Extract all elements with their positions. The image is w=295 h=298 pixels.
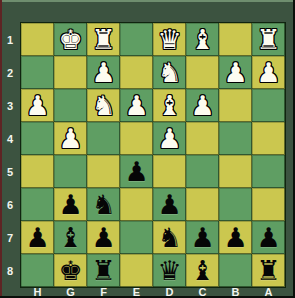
black-pawn-h7: ♟ bbox=[25, 221, 49, 254]
square-e4[interactable] bbox=[120, 122, 153, 155]
board-grid: ♚♜♛♝♜♟♞♟♟♟♞♟♝♟♟♟♟♟♞♟♟♝♟♞♟♟♟♚♜♛♝♜ bbox=[20, 22, 286, 288]
black-queen-d8: ♛ bbox=[157, 254, 181, 287]
frame-right-edge bbox=[293, 0, 295, 298]
rank-label-1: 1 bbox=[0, 23, 20, 56]
square-g8[interactable]: ♚ bbox=[54, 254, 87, 287]
rank-label-6: 6 bbox=[0, 188, 20, 221]
square-g4[interactable]: ♟ bbox=[54, 122, 87, 155]
square-b3[interactable] bbox=[219, 89, 252, 122]
square-f3[interactable]: ♞ bbox=[87, 89, 120, 122]
square-a6[interactable] bbox=[252, 188, 285, 221]
square-h5[interactable] bbox=[21, 155, 54, 188]
white-pawn-e3: ♟ bbox=[124, 89, 148, 122]
rank-label-5: 5 bbox=[0, 155, 20, 188]
square-e6[interactable] bbox=[120, 188, 153, 221]
white-bishop-c1: ♝ bbox=[190, 23, 214, 56]
square-a3[interactable] bbox=[252, 89, 285, 122]
rank-label-2: 2 bbox=[0, 56, 20, 89]
black-pawn-c7: ♟ bbox=[190, 221, 214, 254]
rank-labels: 12345678 bbox=[0, 23, 20, 287]
square-h1[interactable] bbox=[21, 23, 54, 56]
black-rook-f8: ♜ bbox=[91, 254, 115, 287]
white-rook-f1: ♜ bbox=[91, 23, 115, 56]
white-rook-a1: ♜ bbox=[256, 23, 280, 56]
square-c6[interactable] bbox=[186, 188, 219, 221]
square-b5[interactable] bbox=[219, 155, 252, 188]
square-d1[interactable]: ♛ bbox=[153, 23, 186, 56]
square-c7[interactable]: ♟ bbox=[186, 221, 219, 254]
square-b1[interactable] bbox=[219, 23, 252, 56]
square-b6[interactable] bbox=[219, 188, 252, 221]
square-d8[interactable]: ♛ bbox=[153, 254, 186, 287]
square-h6[interactable] bbox=[21, 188, 54, 221]
square-h7[interactable]: ♟ bbox=[21, 221, 54, 254]
square-d3[interactable]: ♝ bbox=[153, 89, 186, 122]
black-pawn-d6: ♟ bbox=[157, 188, 181, 221]
frame-top-highlight bbox=[0, 0, 295, 2]
square-e2[interactable] bbox=[120, 56, 153, 89]
square-g3[interactable] bbox=[54, 89, 87, 122]
square-g1[interactable]: ♚ bbox=[54, 23, 87, 56]
square-a5[interactable] bbox=[252, 155, 285, 188]
square-d2[interactable]: ♞ bbox=[153, 56, 186, 89]
square-b7[interactable]: ♟ bbox=[219, 221, 252, 254]
rank-label-8: 8 bbox=[0, 254, 20, 287]
black-king-g8: ♚ bbox=[58, 254, 82, 287]
rank-label-7: 7 bbox=[0, 221, 20, 254]
square-f6[interactable]: ♞ bbox=[87, 188, 120, 221]
square-e7[interactable] bbox=[120, 221, 153, 254]
black-pawn-g6: ♟ bbox=[58, 188, 82, 221]
white-king-g1: ♚ bbox=[58, 23, 82, 56]
square-f8[interactable]: ♜ bbox=[87, 254, 120, 287]
square-f7[interactable]: ♟ bbox=[87, 221, 120, 254]
square-g6[interactable]: ♟ bbox=[54, 188, 87, 221]
square-b2[interactable]: ♟ bbox=[219, 56, 252, 89]
square-c3[interactable]: ♟ bbox=[186, 89, 219, 122]
square-g5[interactable] bbox=[54, 155, 87, 188]
white-pawn-d4: ♟ bbox=[157, 122, 181, 155]
white-pawn-f2: ♟ bbox=[91, 56, 115, 89]
square-c1[interactable]: ♝ bbox=[186, 23, 219, 56]
black-pawn-f7: ♟ bbox=[91, 221, 115, 254]
black-pawn-e5: ♟ bbox=[124, 155, 148, 188]
square-d7[interactable]: ♞ bbox=[153, 221, 186, 254]
square-b8[interactable] bbox=[219, 254, 252, 287]
black-bishop-g7: ♝ bbox=[58, 221, 82, 254]
square-h4[interactable] bbox=[21, 122, 54, 155]
white-pawn-h3: ♟ bbox=[25, 89, 49, 122]
square-a1[interactable]: ♜ bbox=[252, 23, 285, 56]
square-c2[interactable] bbox=[186, 56, 219, 89]
square-a4[interactable] bbox=[252, 122, 285, 155]
black-knight-d7: ♞ bbox=[157, 221, 181, 254]
white-pawn-c3: ♟ bbox=[190, 89, 214, 122]
square-c5[interactable] bbox=[186, 155, 219, 188]
square-a7[interactable]: ♟ bbox=[252, 221, 285, 254]
square-h3[interactable]: ♟ bbox=[21, 89, 54, 122]
rank-label-3: 3 bbox=[0, 89, 20, 122]
white-queen-d1: ♛ bbox=[157, 23, 181, 56]
black-knight-f6: ♞ bbox=[91, 188, 115, 221]
square-a8[interactable]: ♜ bbox=[252, 254, 285, 287]
square-e5[interactable]: ♟ bbox=[120, 155, 153, 188]
square-g7[interactable]: ♝ bbox=[54, 221, 87, 254]
white-knight-d2: ♞ bbox=[157, 56, 181, 89]
square-h8[interactable] bbox=[21, 254, 54, 287]
square-f4[interactable] bbox=[87, 122, 120, 155]
square-d5[interactable] bbox=[153, 155, 186, 188]
black-rook-a8: ♜ bbox=[256, 254, 280, 287]
square-d6[interactable]: ♟ bbox=[153, 188, 186, 221]
black-pawn-a7: ♟ bbox=[256, 221, 280, 254]
square-e1[interactable] bbox=[120, 23, 153, 56]
square-c4[interactable] bbox=[186, 122, 219, 155]
square-g2[interactable] bbox=[54, 56, 87, 89]
white-bishop-d3: ♝ bbox=[157, 89, 181, 122]
square-a2[interactable]: ♟ bbox=[252, 56, 285, 89]
black-pawn-b7: ♟ bbox=[223, 221, 247, 254]
square-e3[interactable]: ♟ bbox=[120, 89, 153, 122]
square-f1[interactable]: ♜ bbox=[87, 23, 120, 56]
square-h2[interactable] bbox=[21, 56, 54, 89]
rank-label-4: 4 bbox=[0, 122, 20, 155]
square-f5[interactable] bbox=[87, 155, 120, 188]
white-knight-f3: ♞ bbox=[91, 89, 115, 122]
white-pawn-a2: ♟ bbox=[256, 56, 280, 89]
square-c8[interactable]: ♝ bbox=[186, 254, 219, 287]
white-pawn-g4: ♟ bbox=[58, 122, 82, 155]
square-f2[interactable]: ♟ bbox=[87, 56, 120, 89]
white-pawn-b2: ♟ bbox=[223, 56, 247, 89]
square-b4[interactable] bbox=[219, 122, 252, 155]
square-e8[interactable] bbox=[120, 254, 153, 287]
chess-board-frame: 12345678 ♚♜♛♝♜♟♞♟♟♟♞♟♝♟♟♟♟♟♞♟♟♝♟♞♟♟♟♚♜♛♝… bbox=[0, 0, 295, 298]
square-d4[interactable]: ♟ bbox=[153, 122, 186, 155]
frame-left-edge bbox=[0, 0, 2, 298]
black-bishop-c8: ♝ bbox=[190, 254, 214, 287]
